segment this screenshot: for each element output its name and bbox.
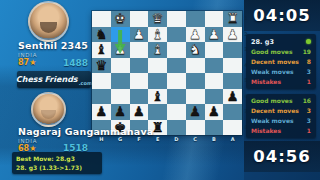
square-d8[interactable] [167, 120, 186, 136]
square-f7[interactable]: ♟ [130, 104, 149, 120]
piece-black-bishop: ♝ [152, 89, 164, 105]
stat-label: Weak moves [251, 116, 294, 126]
eval-line: 28. g3 (1.33->1.73) [16, 163, 98, 172]
square-a8[interactable] [223, 120, 242, 136]
square-b2[interactable]: ♟ [205, 27, 224, 43]
stat-value: 3 [307, 106, 311, 116]
last-move-label: 28. g3 [251, 38, 274, 46]
square-a6[interactable]: ♟ [223, 89, 242, 105]
stat-value: 8 [307, 57, 311, 67]
square-c2[interactable]: ♟ [186, 27, 205, 43]
avatar-beard [40, 22, 58, 33]
square-h5[interactable] [92, 73, 111, 89]
square-c8[interactable] [186, 120, 205, 136]
square-d5[interactable] [167, 73, 186, 89]
piece-black-pawn: ♟ [208, 104, 220, 120]
stat-row: Weak moves3 [246, 116, 316, 126]
avatar-bottom-player[interactable] [31, 92, 66, 127]
piece-black-pawn: ♟ [133, 104, 145, 120]
stat-label: Mistakes [251, 77, 281, 87]
square-g1[interactable]: ♚ [111, 11, 130, 27]
chess-board: ♚♛♜♞♟♝♟♟♟♝♟♝♞♛♝♟♟♟♟♟♟♚♜ [92, 11, 242, 135]
square-f1[interactable] [130, 11, 149, 27]
square-g6[interactable] [111, 89, 130, 105]
square-c4[interactable] [186, 58, 205, 74]
piece-white-pawn: ♟ [114, 42, 126, 58]
good-move-dot-icon [306, 39, 311, 44]
square-d3[interactable] [167, 42, 186, 58]
bottom-player-clock: 04:56 [253, 147, 311, 166]
stat-row: Mistakes1 [246, 77, 316, 87]
file-label-c: C [186, 136, 205, 142]
square-f5[interactable] [130, 73, 149, 89]
avatar-top-player[interactable] [28, 1, 69, 42]
square-e7[interactable] [148, 104, 167, 120]
square-b7[interactable]: ♟ [205, 104, 224, 120]
piece-black-pawn: ♟ [114, 104, 126, 120]
piece-white-pawn: ♟ [208, 27, 220, 43]
square-f2[interactable]: ♟ [130, 27, 149, 43]
square-b1[interactable] [205, 11, 224, 27]
stat-value: 19 [303, 47, 311, 57]
square-f3[interactable] [130, 42, 149, 58]
stat-label: Decent moves [251, 57, 299, 67]
piece-white-pawn: ♟ [189, 27, 201, 43]
logo-text-tld: .com [79, 80, 93, 86]
stat-row: Good moves19 [246, 47, 316, 57]
piece-black-pawn: ♟ [227, 89, 239, 105]
piece-white-king: ♚ [114, 11, 126, 27]
square-a3[interactable] [223, 42, 242, 58]
square-f4[interactable] [130, 58, 149, 74]
square-c1[interactable] [186, 11, 205, 27]
stat-row: Decent moves3 [246, 106, 316, 116]
stat-row: Weak moves3 [246, 67, 316, 77]
stat-value: 3 [307, 67, 311, 77]
file-label-a: A [223, 136, 242, 142]
square-a5[interactable] [223, 73, 242, 89]
square-g5[interactable] [111, 73, 130, 89]
bottom-player-name: Nagaraj Gangammanava [18, 126, 153, 137]
analysis-box: Best Move: 28.g3 28. g3 (1.33->1.73) [12, 152, 102, 174]
app-window: Senthil 2345 INDIA 87★ 1488 Chess Friend… [0, 0, 320, 180]
square-c7[interactable]: ♟ [186, 104, 205, 120]
square-b8[interactable] [205, 120, 224, 136]
piece-black-pawn: ♟ [189, 104, 201, 120]
square-h7[interactable]: ♟ [92, 104, 111, 120]
square-b6[interactable] [205, 89, 224, 105]
square-g3[interactable]: ♟ [111, 42, 130, 58]
avatar-beard [41, 110, 56, 119]
piece-white-queen: ♛ [152, 11, 164, 27]
stat-value: 1 [307, 126, 311, 136]
stat-label: Good moves [251, 47, 292, 57]
square-d7[interactable] [167, 104, 186, 120]
square-b5[interactable] [205, 73, 224, 89]
stat-value: 1 [307, 77, 311, 87]
square-c3[interactable]: ♞ [186, 42, 205, 58]
bottom-player-stats-panel: Good moves16Decent moves3Weak moves3Mist… [246, 94, 316, 138]
square-a2[interactable]: ♟ [223, 27, 242, 43]
chessfriends-logo: Chess Friends .com [17, 71, 91, 88]
logo-text-friends: Friends [44, 75, 77, 84]
top-clock-band: 04:05 [244, 0, 320, 31]
square-d2[interactable] [167, 27, 186, 43]
square-f6[interactable] [130, 89, 149, 105]
piece-white-pawn: ♟ [133, 27, 145, 43]
square-g4[interactable] [111, 58, 130, 74]
logo-text-chess: Chess [16, 75, 43, 84]
square-a4[interactable] [223, 58, 242, 74]
square-g7[interactable]: ♟ [111, 104, 130, 120]
square-d1[interactable] [167, 11, 186, 27]
square-e4[interactable] [148, 58, 167, 74]
best-move-line: Best Move: 28.g3 [16, 154, 98, 163]
square-g2[interactable] [111, 27, 130, 43]
square-e1[interactable]: ♛ [148, 11, 167, 27]
piece-white-rook: ♜ [227, 11, 239, 27]
stat-label: Weak moves [251, 67, 294, 77]
stat-label: Mistakes [251, 126, 281, 136]
square-e5[interactable] [148, 73, 167, 89]
file-label-b: B [205, 136, 224, 142]
piece-black-pawn: ♟ [95, 104, 107, 120]
stat-value: 16 [303, 96, 311, 106]
square-d4[interactable] [167, 58, 186, 74]
square-c6[interactable] [186, 89, 205, 105]
square-h1[interactable] [92, 11, 111, 27]
stat-row: Decent moves8 [246, 57, 316, 67]
piece-white-pawn: ♟ [227, 27, 239, 43]
piece-white-bishop: ♝ [152, 27, 164, 43]
square-a1[interactable]: ♜ [223, 11, 242, 27]
stat-row: Good moves16 [246, 96, 316, 106]
top-player-stars: 87★ [18, 58, 36, 67]
top-player-stats-panel: 28. g3 Good moves19Decent moves8Weak mov… [246, 34, 316, 89]
square-e2[interactable]: ♝ [148, 27, 167, 43]
square-a7[interactable] [223, 104, 242, 120]
stat-row: Mistakes1 [246, 126, 316, 136]
square-h4[interactable]: ♛ [92, 58, 111, 74]
star-icon: ★ [29, 58, 36, 67]
square-e3[interactable]: ♝ [148, 42, 167, 58]
piece-white-knight: ♞ [189, 42, 201, 58]
stat-label: Good moves [251, 96, 292, 106]
stat-label: Decent moves [251, 106, 299, 116]
top-player-name: Senthil 2345 [18, 40, 88, 51]
piece-black-queen: ♛ [95, 58, 107, 74]
square-h2[interactable]: ♞ [92, 27, 111, 43]
stat-value: 3 [307, 116, 311, 126]
square-d6[interactable] [167, 89, 186, 105]
top-player-clock: 04:05 [253, 6, 311, 25]
square-b4[interactable] [205, 58, 224, 74]
piece-black-bishop: ♝ [95, 42, 107, 58]
piece-black-knight: ♞ [95, 27, 107, 43]
square-c5[interactable] [186, 73, 205, 89]
file-label-d: D [167, 136, 186, 142]
piece-white-bishop: ♝ [152, 42, 164, 58]
square-e6[interactable]: ♝ [148, 89, 167, 105]
bottom-clock-band: 04:56 [244, 141, 320, 172]
square-h6[interactable] [92, 89, 111, 105]
square-b3[interactable] [205, 42, 224, 58]
square-h3[interactable]: ♝ [92, 42, 111, 58]
top-player-rating: 1488 [56, 58, 88, 68]
